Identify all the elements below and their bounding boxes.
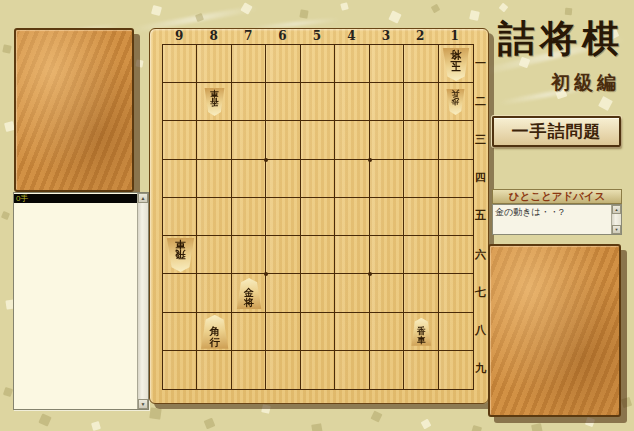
board-cell[interactable]	[301, 121, 335, 159]
confetti-square	[585, 417, 595, 427]
board-cell[interactable]	[370, 236, 404, 274]
komadai-gote	[14, 28, 134, 192]
board-cell[interactable]	[266, 83, 300, 121]
piece-kanji: 飛	[175, 250, 186, 261]
board-cell[interactable]	[335, 198, 369, 236]
board-cell[interactable]	[301, 274, 335, 312]
move-list[interactable]: 0手 ▲ ▼	[13, 192, 149, 410]
board-cell[interactable]	[404, 274, 438, 312]
rank-label: 九	[473, 350, 488, 388]
board-cell[interactable]	[404, 83, 438, 121]
file-labels: 987654321	[162, 29, 472, 44]
confetti-square	[149, 407, 161, 419]
board-cell[interactable]	[163, 83, 197, 121]
board-cell[interactable]	[335, 313, 369, 351]
board-cell[interactable]	[370, 83, 404, 121]
scroll-up-icon[interactable]: ▲	[612, 205, 621, 214]
board-cell[interactable]	[439, 274, 473, 312]
piece-kanji: 将	[450, 49, 461, 60]
tsume-shogi-app: 0手 ▲ ▼ 987654321 一二三四五六七八九 玉将歩兵香車飛車金将角行香…	[0, 0, 634, 431]
board-cell[interactable]	[335, 160, 369, 198]
rank-label: 二	[473, 82, 488, 120]
piece-kanji: 歩	[452, 98, 460, 106]
app-title: 詰将棋	[490, 14, 632, 66]
confetti-square	[151, 5, 162, 16]
scroll-down-icon[interactable]: ▼	[138, 399, 148, 409]
file-label: 3	[369, 29, 403, 44]
confetti-square	[2, 44, 11, 53]
board-cell[interactable]	[301, 45, 335, 83]
board-cell[interactable]	[163, 198, 197, 236]
piece-kanji: 兵	[452, 90, 460, 98]
board-cell[interactable]	[404, 45, 438, 83]
confetti-square	[91, 421, 101, 431]
confetti-square	[3, 387, 13, 397]
rank-label: 三	[473, 120, 488, 158]
file-label: 9	[162, 29, 196, 44]
board-cell[interactable]	[232, 160, 266, 198]
confetti-square	[499, 3, 509, 13]
board-cell[interactable]	[301, 351, 335, 389]
confetti-square	[621, 397, 632, 408]
problem-type-button[interactable]: 一手詰問題	[492, 116, 621, 147]
board-cell[interactable]	[301, 160, 335, 198]
board-cell[interactable]	[163, 274, 197, 312]
advice-scrollbar[interactable]: ▲ ▼	[611, 205, 621, 234]
board-cell[interactable]	[370, 198, 404, 236]
board-cell[interactable]	[266, 198, 300, 236]
board-cell[interactable]	[232, 45, 266, 83]
confetti-square	[370, 410, 382, 422]
board-cell[interactable]	[163, 313, 197, 351]
board-cell[interactable]	[197, 236, 231, 274]
piece-kanji: 玉	[450, 60, 461, 71]
confetti-square	[431, 4, 441, 14]
piece-kanji: 行	[209, 337, 220, 348]
hoshi-dot	[368, 158, 372, 162]
board-cell[interactable]	[335, 274, 369, 312]
board-cell[interactable]	[301, 83, 335, 121]
board-cell[interactable]	[266, 236, 300, 274]
confetti-square	[299, 9, 308, 18]
board-grid: 玉将歩兵香車飛車金将角行香車	[162, 44, 474, 390]
rank-label: 八	[473, 312, 488, 350]
piece-kanji: 車	[210, 89, 219, 98]
board-cell[interactable]	[335, 236, 369, 274]
file-label: 1	[438, 29, 472, 44]
board-cell[interactable]	[197, 198, 231, 236]
board-cell[interactable]	[266, 160, 300, 198]
board-cell[interactable]	[266, 313, 300, 351]
advice-header: ひとことアドバイス	[492, 189, 622, 204]
board-cell[interactable]	[335, 45, 369, 83]
board-cell[interactable]	[439, 160, 473, 198]
move-list-selected-row[interactable]: 0手	[14, 194, 138, 203]
board-cell[interactable]	[232, 236, 266, 274]
board-cell[interactable]	[370, 121, 404, 159]
board-cell[interactable]	[301, 236, 335, 274]
board-cell[interactable]	[370, 274, 404, 312]
board-cell[interactable]	[197, 160, 231, 198]
board-cell[interactable]	[232, 121, 266, 159]
board-cell[interactable]	[439, 313, 473, 351]
board-cell[interactable]	[370, 45, 404, 83]
confetti-square	[388, 10, 401, 23]
confetti-square	[204, 418, 216, 430]
scroll-up-icon[interactable]: ▲	[138, 193, 148, 203]
board-cell[interactable]	[370, 351, 404, 389]
scroll-down-icon[interactable]: ▼	[612, 225, 621, 234]
board-cell[interactable]	[301, 313, 335, 351]
board-cell[interactable]	[404, 236, 438, 274]
board-cell[interactable]	[266, 351, 300, 389]
board-cell[interactable]	[370, 313, 404, 351]
board-cell[interactable]	[163, 160, 197, 198]
rank-label: 四	[473, 159, 488, 197]
rank-label: 六	[473, 235, 488, 273]
board-cell[interactable]	[197, 121, 231, 159]
confetti-square	[598, 96, 613, 111]
confetti-square	[469, 10, 480, 21]
board-cell[interactable]	[439, 236, 473, 274]
board-cell[interactable]	[197, 351, 231, 389]
board-cell[interactable]	[404, 351, 438, 389]
piece-kanji: 車	[417, 336, 426, 345]
board-cell[interactable]	[439, 198, 473, 236]
confetti-square	[311, 423, 323, 431]
board-cell[interactable]	[197, 45, 231, 83]
board-cell[interactable]	[266, 274, 300, 312]
advice-textbox[interactable]: 金の動きは・・? ▲ ▼	[492, 204, 622, 235]
piece-kanji: 香	[210, 98, 219, 107]
advice-text: 金の動きは・・?	[495, 206, 611, 219]
file-label: 6	[265, 29, 299, 44]
confetti-square	[1, 211, 10, 220]
board-cell[interactable]	[197, 274, 231, 312]
board-cell[interactable]	[335, 121, 369, 159]
confetti-square	[531, 423, 543, 431]
board-cell[interactable]	[370, 160, 404, 198]
board-cell[interactable]	[439, 351, 473, 389]
board-cell[interactable]	[439, 121, 473, 159]
board-cell[interactable]	[232, 83, 266, 121]
confetti-square	[38, 413, 51, 426]
board-cell[interactable]	[404, 121, 438, 159]
komadai-sente	[488, 244, 621, 417]
file-label: 8	[196, 29, 230, 44]
rank-labels: 一二三四五六七八九	[473, 44, 488, 388]
file-label: 4	[334, 29, 368, 44]
rank-label: 一	[473, 44, 488, 82]
board-cell[interactable]	[163, 121, 197, 159]
file-label: 2	[403, 29, 437, 44]
board-cell[interactable]	[163, 351, 197, 389]
board-cell[interactable]	[232, 198, 266, 236]
confetti-square	[135, 59, 143, 67]
confetti-square	[421, 419, 432, 430]
file-label: 5	[300, 29, 334, 44]
confetti-square	[340, 2, 349, 11]
shogi-board: 987654321 一二三四五六七八九 玉将歩兵香車飛車金将角行香車	[149, 28, 489, 404]
rank-label: 五	[473, 197, 488, 235]
board-cell[interactable]	[266, 121, 300, 159]
rank-label: 七	[473, 273, 488, 311]
app-subtitle: 初級編	[520, 70, 620, 94]
piece-kanji: 将	[244, 298, 254, 308]
confetti-square	[261, 404, 271, 414]
confetti-square	[471, 425, 482, 431]
board-cell[interactable]	[335, 351, 369, 389]
board-cell[interactable]	[301, 198, 335, 236]
board-cell[interactable]	[404, 160, 438, 198]
board-cell[interactable]	[335, 83, 369, 121]
board-cell[interactable]	[232, 313, 266, 351]
board-cell[interactable]	[266, 45, 300, 83]
board-cell[interactable]	[232, 351, 266, 389]
board-cell[interactable]	[404, 198, 438, 236]
move-list-scrollbar[interactable]: ▲ ▼	[137, 193, 148, 409]
piece-kanji: 車	[175, 239, 186, 250]
board-cell[interactable]	[163, 45, 197, 83]
file-label: 7	[231, 29, 265, 44]
